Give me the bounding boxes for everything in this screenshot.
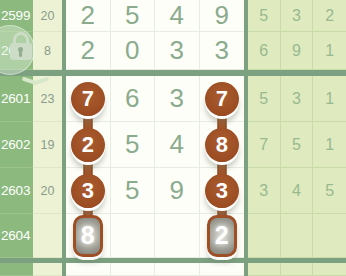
grid-cell[interactable]	[111, 214, 156, 258]
grid-cell[interactable]	[200, 263, 245, 276]
grid-cell[interactable]: 8	[66, 214, 111, 258]
grid-cell[interactable]	[155, 214, 200, 258]
grid-cell[interactable]: 9	[155, 168, 200, 214]
clue-cell	[313, 214, 346, 258]
number-chip[interactable]: 2	[66, 122, 110, 167]
grid-cell[interactable]: 3	[155, 76, 200, 122]
clue-cell: 3	[281, 76, 314, 122]
clue-cell: 2	[313, 0, 346, 32]
clue-cell: 5	[281, 122, 314, 168]
chip-number: 3	[205, 174, 239, 208]
number-chip[interactable]: 3	[66, 168, 110, 213]
grid-cell[interactable]: 7	[66, 76, 111, 122]
clue-cell: 3	[281, 0, 314, 32]
clue-cell	[248, 263, 281, 276]
grid-cell[interactable]: 8	[200, 122, 245, 168]
chip-number: 8	[205, 128, 239, 162]
clue-cell: 5	[248, 76, 281, 122]
grid-cell[interactable]: 2	[66, 0, 111, 32]
row-sum-badge: 20	[33, 0, 62, 32]
number-chip[interactable]: 8	[200, 122, 245, 167]
number-token[interactable]: 2	[207, 215, 237, 257]
chip-number: 2	[71, 128, 105, 162]
chip-number: 7	[205, 82, 239, 116]
clue-cell: 1	[313, 32, 346, 70]
clue-cell	[281, 214, 314, 258]
grid-cell[interactable]: 9	[200, 0, 245, 32]
grid-cell[interactable]: 0	[111, 32, 156, 70]
clue-cell: 5	[313, 168, 346, 214]
clue-cell: 4	[281, 168, 314, 214]
grid-cell[interactable]: 2	[66, 32, 111, 70]
row-sum-badge: 8	[33, 32, 62, 70]
number-chip[interactable]: 7	[200, 76, 245, 121]
grid-cell[interactable]: 5	[111, 168, 156, 214]
clue-cell: 9	[281, 32, 314, 70]
row-label: 2602	[0, 122, 33, 168]
number-chip[interactable]: 7	[66, 76, 110, 121]
chip-number: 7	[71, 82, 105, 116]
grid-cell[interactable]: 3	[200, 32, 245, 70]
grid-cell[interactable]: 3	[155, 32, 200, 70]
row-sum-badge: 20	[33, 168, 62, 214]
grid-cell[interactable]: 5	[111, 122, 156, 168]
clue-cell: 7	[248, 122, 281, 168]
game-screen: 2599202549532260082033691260123763753126…	[0, 0, 346, 276]
grid-cell[interactable]	[155, 263, 200, 276]
grid-cell[interactable]: 6	[111, 76, 156, 122]
grid-cell[interactable]: 4	[155, 122, 200, 168]
grid-cell[interactable]: 5	[111, 0, 156, 32]
row-label	[0, 263, 33, 276]
clue-cell	[281, 263, 314, 276]
grid-cell[interactable]	[111, 263, 156, 276]
clue-cell: 6	[248, 32, 281, 70]
clue-cell: 1	[313, 76, 346, 122]
grid-cell[interactable]: 4	[155, 0, 200, 32]
row-label: 2604	[0, 214, 33, 258]
grid-cell[interactable]	[66, 263, 111, 276]
grid-cell[interactable]: 3	[66, 168, 111, 214]
grid-cell[interactable]: 7	[200, 76, 245, 122]
grid-cell[interactable]: 2	[200, 214, 245, 258]
clue-cell	[248, 214, 281, 258]
clue-cell: 5	[248, 0, 281, 32]
row-sum-badge: 19	[33, 122, 62, 168]
number-token[interactable]: 8	[73, 215, 103, 257]
number-chip[interactable]: 3	[200, 168, 245, 213]
grid-cell[interactable]: 2	[66, 122, 111, 168]
chip-number: 3	[71, 174, 105, 208]
row-sum-badge	[33, 214, 62, 258]
row-label: 2603	[0, 168, 33, 214]
row-sum-badge	[33, 263, 62, 276]
clue-cell	[313, 263, 346, 276]
clue-cell: 1	[313, 122, 346, 168]
chevron-down-icon[interactable]	[22, 76, 49, 86]
grid-cell[interactable]: 3	[200, 168, 245, 214]
token-slot: 2	[200, 214, 245, 257]
token-slot: 8	[66, 214, 110, 257]
puzzle-grid: 2599202549532260082033691260123763753126…	[0, 0, 346, 276]
clue-cell: 3	[248, 168, 281, 214]
